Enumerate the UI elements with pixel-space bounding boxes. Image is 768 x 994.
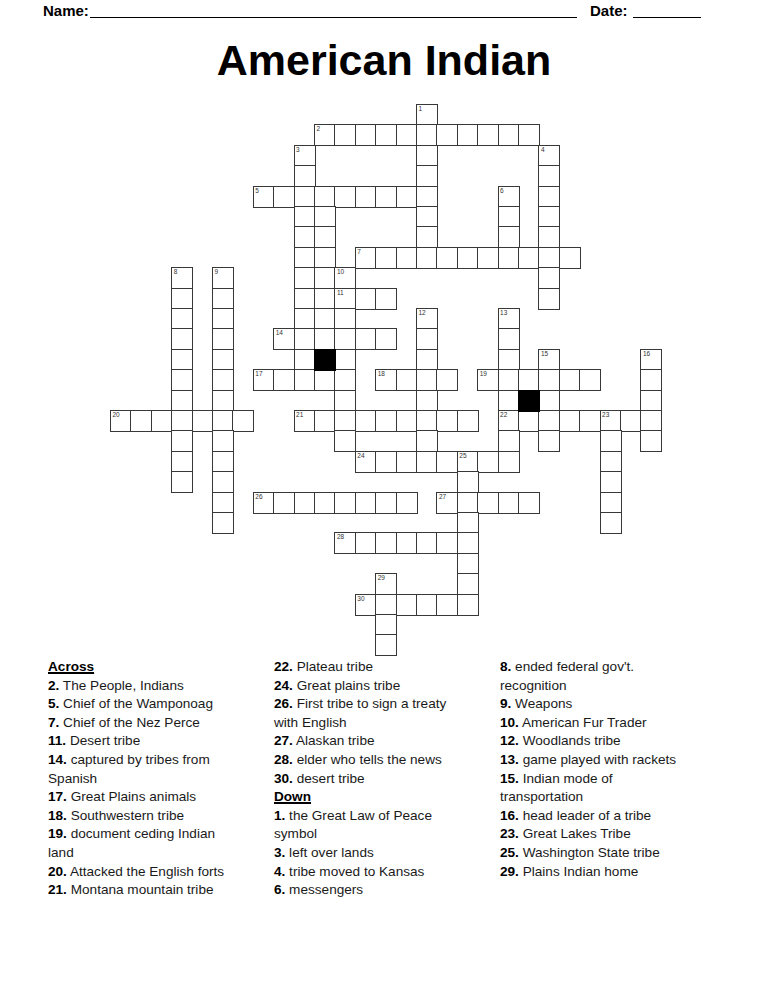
crossword-cell[interactable]: [640, 369, 662, 391]
clue-item-text: ended federal gov't. recognition: [500, 659, 634, 693]
crossword-cell[interactable]: [559, 247, 581, 269]
crossword-cell[interactable]: [436, 247, 458, 269]
crossword-cell[interactable]: [171, 288, 193, 310]
crossword-cell[interactable]: [518, 247, 540, 269]
crossword-cell[interactable]: [457, 492, 479, 514]
crossword-cell[interactable]: [416, 186, 438, 208]
crossword-cell[interactable]: [314, 226, 336, 248]
crossword-cell[interactable]: [355, 410, 377, 432]
crossword-cell[interactable]: [559, 369, 581, 391]
clue-item-text: desert tribe: [293, 771, 365, 786]
clue-item-number: 6.: [274, 882, 285, 897]
crossword-cell[interactable]: 3: [294, 145, 316, 167]
black-cell: [518, 390, 540, 412]
crossword-cell[interactable]: 21: [294, 410, 316, 432]
crossword-cell[interactable]: [416, 124, 438, 146]
clue-number: 3: [296, 146, 300, 154]
clue-item-number: 20.: [48, 864, 67, 879]
crossword-cell[interactable]: [600, 430, 622, 452]
clue-number: 15: [541, 350, 548, 358]
crossword-cell[interactable]: [294, 369, 316, 391]
crossword-cell[interactable]: [457, 471, 479, 493]
crossword-cell[interactable]: [416, 206, 438, 228]
crossword-cell[interactable]: [457, 553, 479, 575]
clue-item: 20. Attacked the English forts: [48, 863, 276, 882]
clue-item-number: 26.: [274, 696, 293, 711]
crossword-cell[interactable]: [314, 308, 336, 330]
crossword-cell[interactable]: [171, 471, 193, 493]
crossword-cell[interactable]: [416, 145, 438, 167]
crossword-cell[interactable]: [620, 410, 642, 432]
clue-item-text: The People, Indians: [59, 678, 183, 693]
crossword-cell[interactable]: [640, 410, 662, 432]
crossword-cell[interactable]: [498, 390, 520, 412]
crossword-cell[interactable]: [538, 206, 560, 228]
crossword-cell[interactable]: 26: [253, 492, 275, 514]
clue-item-number: 1.: [274, 808, 285, 823]
clue-item-text: Great Plains animals: [67, 789, 196, 804]
crossword-cell[interactable]: [294, 288, 316, 310]
crossword-cell[interactable]: 22: [498, 410, 520, 432]
clue-item: 13. game played with rackets: [500, 751, 714, 770]
clue-item-text: Washington State tribe: [519, 845, 660, 860]
crossword-cell[interactable]: [171, 451, 193, 473]
crossword-cell[interactable]: [212, 492, 234, 514]
clue-item: 19. document ceding Indian land: [48, 825, 276, 862]
crossword-cell[interactable]: [375, 451, 397, 473]
crossword-cell[interactable]: 14: [273, 328, 295, 350]
clue-item-number: 23.: [500, 826, 519, 841]
clue-number: 23: [602, 411, 609, 419]
crossword-cell[interactable]: [416, 451, 438, 473]
clue-item-number: 24.: [274, 678, 293, 693]
crossword-cell[interactable]: [355, 532, 377, 554]
clue-item: 18. Southwestern tribe: [48, 807, 276, 826]
clue-number: 8: [174, 268, 178, 276]
crossword-cell[interactable]: [436, 369, 458, 391]
crossword-cell[interactable]: [600, 492, 622, 514]
clue-item: 25. Washington State tribe: [500, 844, 714, 863]
clue-item: 23. Great Lakes Tribe: [500, 825, 714, 844]
crossword-cell[interactable]: [212, 451, 234, 473]
crossword-cell[interactable]: [334, 430, 356, 452]
crossword-cell[interactable]: 12: [416, 308, 438, 330]
crossword-cell[interactable]: [477, 451, 499, 473]
crossword-cell[interactable]: [334, 186, 356, 208]
clue-item-number: 25.: [500, 845, 519, 860]
clue-item-text: Chief of the Wamponoag: [59, 696, 213, 711]
clue-number: 22: [500, 411, 507, 419]
crossword-cell[interactable]: 24: [355, 451, 377, 473]
clue-number: 27: [439, 493, 446, 501]
crossword-cell[interactable]: [334, 369, 356, 391]
clue-item: 6. messengers: [274, 881, 490, 900]
clue-number: 10: [337, 268, 344, 276]
clue-number: 13: [500, 309, 507, 317]
crossword-cell[interactable]: 15: [538, 349, 560, 371]
crossword-cell[interactable]: [375, 247, 397, 269]
crossword-cell[interactable]: [457, 532, 479, 554]
crossword-cell[interactable]: [294, 206, 316, 228]
crossword-cell[interactable]: [212, 288, 234, 310]
clue-item-number: 22.: [274, 659, 293, 674]
clue-item: 15. Indian mode of transportation: [500, 770, 714, 807]
clue-item-text: document ceding Indian land: [48, 826, 215, 860]
crossword-cell[interactable]: 2: [314, 124, 336, 146]
clue-column-1: Across2. The People, Indians5. Chief of …: [48, 658, 276, 900]
clue-item-text: Woodlands tribe: [519, 733, 621, 748]
crossword-cell[interactable]: [538, 267, 560, 289]
clue-number: 5: [255, 187, 259, 195]
crossword-cell[interactable]: [498, 328, 520, 350]
crossword-cell[interactable]: [375, 410, 397, 432]
crossword-cell[interactable]: [334, 349, 356, 371]
crossword-cell[interactable]: [314, 247, 336, 269]
crossword-cell[interactable]: 13: [498, 308, 520, 330]
crossword-cell[interactable]: [498, 349, 520, 371]
crossword-cell[interactable]: [314, 492, 336, 514]
clue-item-number: 5.: [48, 696, 59, 711]
crossword-cell[interactable]: 9: [212, 267, 234, 289]
crossword-cell[interactable]: [498, 226, 520, 248]
clue-number: 11: [337, 289, 344, 297]
crossword-cell[interactable]: [538, 165, 560, 187]
crossword-cell[interactable]: [334, 410, 356, 432]
crossword-cell[interactable]: [212, 308, 234, 330]
crossword-cell[interactable]: [334, 390, 356, 412]
crossword-cell[interactable]: [396, 532, 418, 554]
clue-item-text: captured by tribes from Spanish: [48, 752, 210, 786]
crossword-cell[interactable]: [212, 410, 234, 432]
clue-item-number: 9.: [500, 696, 511, 711]
clue-item: 12. Woodlands tribe: [500, 732, 714, 751]
clue-item-number: 30.: [274, 771, 293, 786]
crossword-cell[interactable]: [396, 594, 418, 616]
clue-number: 17: [255, 370, 262, 378]
crossword-cell[interactable]: [457, 512, 479, 534]
crossword-cell[interactable]: [640, 390, 662, 412]
crossword-cell[interactable]: [498, 206, 520, 228]
crossword-cell[interactable]: [640, 430, 662, 452]
clue-item: 5. Chief of the Wamponoag: [48, 695, 276, 714]
clue-item-text: tribe moved to Kansas: [285, 864, 424, 879]
crossword-cell[interactable]: [396, 410, 418, 432]
clue-item-number: 27.: [274, 733, 293, 748]
clue-item-number: 17.: [48, 789, 67, 804]
crossword-cell[interactable]: [457, 410, 479, 432]
clue-item-number: 3.: [274, 845, 285, 860]
crossword-cell[interactable]: [171, 308, 193, 330]
clue-item: 28. elder who tells the news: [274, 751, 490, 770]
crossword-cell[interactable]: [294, 267, 316, 289]
crossword-cell[interactable]: 8: [171, 267, 193, 289]
crossword-cell[interactable]: [334, 492, 356, 514]
crossword-cell[interactable]: 10: [334, 267, 356, 289]
clue-item: 8. ended federal gov't. recognition: [500, 658, 714, 695]
crossword-cell[interactable]: [538, 369, 560, 391]
clue-item-text: game played with rackets: [519, 752, 676, 767]
crossword-cell[interactable]: [416, 430, 438, 452]
crossword-cell[interactable]: 11: [334, 288, 356, 310]
crossword-cell[interactable]: [212, 349, 234, 371]
crossword-cell[interactable]: 27: [436, 492, 458, 514]
crossword-cell[interactable]: [212, 430, 234, 452]
clue-number: 29: [378, 574, 385, 582]
crossword-cell[interactable]: [375, 186, 397, 208]
crossword-cell[interactable]: [477, 247, 499, 269]
crossword-cell[interactable]: [130, 410, 152, 432]
crossword-cell[interactable]: [294, 186, 316, 208]
clue-item: 22. Plateau tribe: [274, 658, 490, 677]
clue-item-text: head leader of a tribe: [519, 808, 651, 823]
crossword-cell[interactable]: [273, 186, 295, 208]
crossword-cell[interactable]: [171, 390, 193, 412]
crossword-cell[interactable]: [436, 451, 458, 473]
crossword-cell[interactable]: [273, 369, 295, 391]
clue-number: 16: [643, 350, 650, 358]
crossword-cell[interactable]: [416, 369, 438, 391]
crossword-cell[interactable]: [375, 492, 397, 514]
crossword-cell[interactable]: [559, 410, 581, 432]
crossword-cell[interactable]: [294, 247, 316, 269]
crossword-cell[interactable]: [416, 328, 438, 350]
crossword-cell[interactable]: 1: [416, 104, 438, 126]
crossword-cell[interactable]: [212, 328, 234, 350]
crossword-cell[interactable]: [518, 492, 540, 514]
crossword-cell[interactable]: 20: [110, 410, 132, 432]
crossword-cell[interactable]: [538, 430, 560, 452]
crossword-cell[interactable]: [538, 390, 560, 412]
clue-number: 30: [357, 595, 364, 603]
crossword-cell[interactable]: 19: [477, 369, 499, 391]
crossword-cell[interactable]: [314, 410, 336, 432]
clue-item: 1. the Great Law of Peace symbol: [274, 807, 490, 844]
crossword-cell[interactable]: [314, 328, 336, 350]
crossword-cell[interactable]: 28: [334, 532, 356, 554]
crossword-cell[interactable]: [171, 349, 193, 371]
crossword-cell[interactable]: [396, 492, 418, 514]
crossword-cell[interactable]: [396, 124, 418, 146]
clue-item-text: Southwestern tribe: [67, 808, 184, 823]
crossword-cell[interactable]: [396, 247, 418, 269]
crossword-cell[interactable]: [518, 124, 540, 146]
crossword-cell[interactable]: 5: [253, 186, 275, 208]
clue-item-text: messengers: [285, 882, 363, 897]
crossword-cell[interactable]: [375, 532, 397, 554]
clue-number: 21: [296, 411, 303, 419]
clue-column-2: 22. Plateau tribe24. Great plains tribe2…: [274, 658, 490, 900]
crossword-cell[interactable]: [171, 430, 193, 452]
crossword-cell[interactable]: [600, 471, 622, 493]
clue-number: 1: [419, 105, 423, 113]
clue-number: 26: [255, 493, 262, 501]
clue-item-text: elder who tells the news: [293, 752, 442, 767]
crossword-cell[interactable]: 7: [355, 247, 377, 269]
clue-number: 12: [419, 309, 426, 317]
crossword-cell[interactable]: [396, 369, 418, 391]
clue-item-number: 18.: [48, 808, 67, 823]
clue-item-text: Montana mountain tribe: [67, 882, 214, 897]
crossword-cell[interactable]: [355, 328, 377, 350]
crossword-cell[interactable]: [192, 410, 214, 432]
crossword-cell[interactable]: [375, 328, 397, 350]
crossword-cell[interactable]: [314, 206, 336, 228]
clue-item-text: Great Lakes Tribe: [519, 826, 631, 841]
crossword-cell[interactable]: [396, 451, 418, 473]
crossword-cell[interactable]: [436, 594, 458, 616]
crossword-cell[interactable]: [498, 124, 520, 146]
clue-item-number: 12.: [500, 733, 519, 748]
crossword-cell[interactable]: [273, 492, 295, 514]
crossword-cell[interactable]: [457, 573, 479, 595]
crossword-cell[interactable]: [314, 267, 336, 289]
clue-item-number: 29.: [500, 864, 519, 879]
crossword-cell[interactable]: 16: [640, 349, 662, 371]
crossword-cell[interactable]: [355, 124, 377, 146]
crossword-cell[interactable]: [457, 247, 479, 269]
crossword-cell[interactable]: [457, 124, 479, 146]
clue-item-number: 7.: [48, 715, 59, 730]
crossword-cell[interactable]: [171, 410, 193, 432]
clue-item-number: 21.: [48, 882, 67, 897]
clue-item-number: 10.: [500, 715, 519, 730]
clue-item-text: Weapons: [511, 696, 572, 711]
crossword-cell[interactable]: [294, 349, 316, 371]
clue-number: 24: [357, 452, 364, 460]
clue-item-text: the Great Law of Peace symbol: [274, 808, 432, 842]
crossword-cell[interactable]: [334, 124, 356, 146]
crossword-cell[interactable]: [396, 186, 418, 208]
crossword-cell[interactable]: [416, 390, 438, 412]
crossword-cell[interactable]: [416, 594, 438, 616]
crossword-cell[interactable]: [436, 532, 458, 554]
crossword-cell[interactable]: [518, 410, 540, 432]
clue-item: 10. American Fur Trader: [500, 714, 714, 733]
crossword-cell[interactable]: [294, 226, 316, 248]
crossword-cell[interactable]: [498, 369, 520, 391]
clue-item: 11. Desert tribe: [48, 732, 276, 751]
crossword-cell[interactable]: [498, 247, 520, 269]
clue-item: 14. captured by tribes from Spanish: [48, 751, 276, 788]
crossword-cell[interactable]: [314, 288, 336, 310]
crossword-cell[interactable]: [416, 226, 438, 248]
crossword-cell[interactable]: [436, 410, 458, 432]
crossword-cell[interactable]: [416, 247, 438, 269]
crossword-cell[interactable]: [538, 247, 560, 269]
crossword-cell[interactable]: [416, 532, 438, 554]
crossword-cell[interactable]: [579, 410, 601, 432]
crossword-cell[interactable]: [232, 410, 254, 432]
crossword-cell[interactable]: [538, 410, 560, 432]
clue-item-text: Great plains tribe: [293, 678, 400, 693]
clue-number: 18: [378, 370, 385, 378]
crossword-cell[interactable]: [212, 369, 234, 391]
clue-item-text: First tribe to sign a treaty with Englis…: [274, 696, 446, 730]
clue-item: 27. Alaskan tribe: [274, 732, 490, 751]
clue-item-text: Attacked the English forts: [67, 864, 224, 879]
crossword-cell[interactable]: [518, 369, 540, 391]
crossword-cell[interactable]: [355, 186, 377, 208]
clue-number: 7: [357, 248, 361, 256]
clue-item: 26. First tribe to sign a treaty with En…: [274, 695, 490, 732]
clue-number: 9: [215, 268, 219, 276]
clue-number: 4: [541, 146, 545, 154]
crossword-cell[interactable]: [334, 308, 356, 330]
crossword-cell[interactable]: [294, 308, 316, 330]
clue-item: 29. Plains Indian home: [500, 863, 714, 882]
crossword-cell[interactable]: [498, 430, 520, 452]
clue-number: 14: [276, 329, 283, 337]
crossword-cell[interactable]: [375, 288, 397, 310]
crossword-cell[interactable]: [375, 614, 397, 636]
clue-item: 9. Weapons: [500, 695, 714, 714]
crossword-cell[interactable]: [436, 124, 458, 146]
clue-item-text: left over lands: [285, 845, 373, 860]
crossword-cell[interactable]: 25: [457, 451, 479, 473]
crossword-cell[interactable]: 4: [538, 145, 560, 167]
crossword-cell[interactable]: [579, 369, 601, 391]
crossword-cell[interactable]: [538, 186, 560, 208]
crossword-cell[interactable]: [375, 634, 397, 656]
crossword-cell[interactable]: [314, 186, 336, 208]
crossword-cell[interactable]: 6: [498, 186, 520, 208]
crossword-cell[interactable]: [355, 492, 377, 514]
crossword-cell[interactable]: [538, 288, 560, 310]
clue-item-number: 28.: [274, 752, 293, 767]
crossword-cell[interactable]: [151, 410, 173, 432]
crossword-cell[interactable]: [294, 328, 316, 350]
crossword-cell[interactable]: [600, 451, 622, 473]
crossword-cell[interactable]: 18: [375, 369, 397, 391]
crossword-cell[interactable]: [355, 288, 377, 310]
crossword-cell[interactable]: [416, 349, 438, 371]
crossword-cell[interactable]: [600, 512, 622, 534]
crossword-cell[interactable]: [314, 369, 336, 391]
crossword-cell[interactable]: [416, 410, 438, 432]
clue-item-number: 13.: [500, 752, 519, 767]
crossword-cell[interactable]: [334, 328, 356, 350]
crossword-cell[interactable]: [477, 492, 499, 514]
crossword-cell[interactable]: [212, 471, 234, 493]
clue-item-text: Alaskan tribe: [293, 733, 375, 748]
crossword-cell[interactable]: [538, 226, 560, 248]
crossword-cell[interactable]: [477, 124, 499, 146]
clue-column-3: 8. ended federal gov't. recognition9. We…: [500, 658, 714, 881]
crossword-cell[interactable]: [498, 451, 520, 473]
crossword-cell[interactable]: 23: [600, 410, 622, 432]
crossword-cell[interactable]: [212, 390, 234, 412]
clue-item-number: 19.: [48, 826, 67, 841]
crossword-cell[interactable]: 29: [375, 573, 397, 595]
crossword-cell[interactable]: [212, 512, 234, 534]
crossword-cell[interactable]: [171, 369, 193, 391]
clue-item-text: Chief of the Nez Perce: [59, 715, 200, 730]
worksheet-page: Name: Date: American Indian 123456789101…: [0, 0, 768, 994]
crossword-cell[interactable]: 17: [253, 369, 275, 391]
clue-item-number: 4.: [274, 864, 285, 879]
crossword-cell[interactable]: [375, 594, 397, 616]
crossword-cell[interactable]: [294, 165, 316, 187]
crossword-cell[interactable]: [416, 165, 438, 187]
crossword-cell[interactable]: 30: [355, 594, 377, 616]
crossword-cell[interactable]: [171, 328, 193, 350]
clue-number: 19: [480, 370, 487, 378]
crossword-cell[interactable]: [375, 124, 397, 146]
clue-number: 2: [317, 125, 321, 133]
crossword-cell[interactable]: [498, 492, 520, 514]
crossword-cell[interactable]: [294, 492, 316, 514]
crossword-cell[interactable]: [457, 594, 479, 616]
